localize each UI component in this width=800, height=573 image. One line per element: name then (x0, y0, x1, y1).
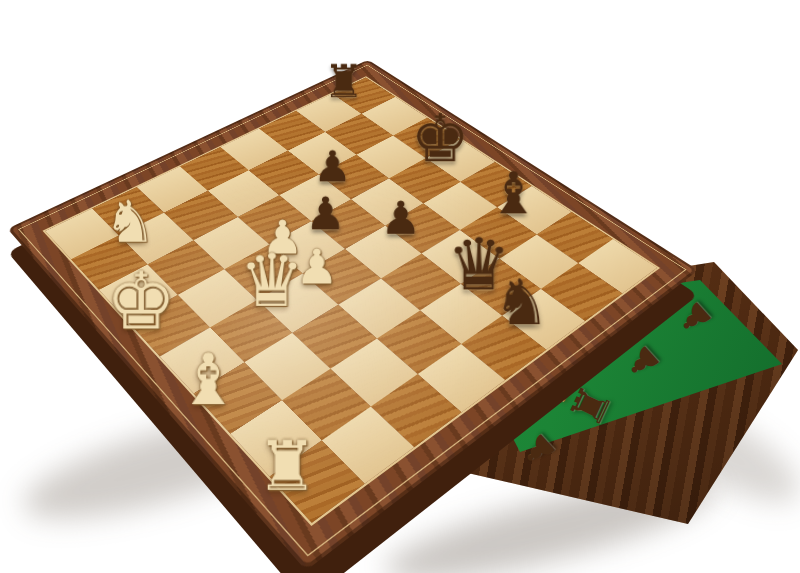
square-b8[interactable] (536, 212, 613, 263)
white-bishop[interactable]: ♝ (177, 344, 241, 415)
white-rook[interactable]: ♜ (256, 433, 318, 502)
chess-set-photo: ♟♟♜♜♟♟♟♟ ♜♚♝♟♟♛♞♟♟♟♛♞♚♝♜ (0, 0, 800, 573)
square-a8[interactable] (578, 239, 657, 294)
black-rook[interactable]: ♜ (324, 59, 365, 105)
white-knight[interactable]: ♞ (104, 193, 156, 251)
black-knight[interactable]: ♞ (493, 271, 550, 334)
black-king[interactable]: ♚ (411, 105, 470, 171)
black-pawn[interactable]: ♟ (313, 145, 352, 188)
board-wood-frame: ♜♚♝♟♟♛♞♟♟♟♛♞♚♝♜ (7, 60, 698, 571)
white-king[interactable]: ♚ (105, 261, 176, 340)
square-a4[interactable] (417, 344, 505, 413)
black-pawn[interactable]: ♟ (381, 195, 422, 241)
chess-board: ♜♚♝♟♟♛♞♟♟♟♛♞♚♝♜ (7, 60, 698, 571)
board-perspective-wrapper: ♜♚♝♟♟♛♞♟♟♟♛♞♚♝♜ (0, 0, 800, 573)
black-pawn[interactable]: ♟ (305, 191, 346, 236)
black-bishop[interactable]: ♝ (488, 164, 540, 222)
white-queen[interactable]: ♛ (239, 245, 305, 318)
chessboard-grid: ♜♚♝♟♟♛♞♟♟♟♛♞♚♝♜ (42, 76, 660, 526)
